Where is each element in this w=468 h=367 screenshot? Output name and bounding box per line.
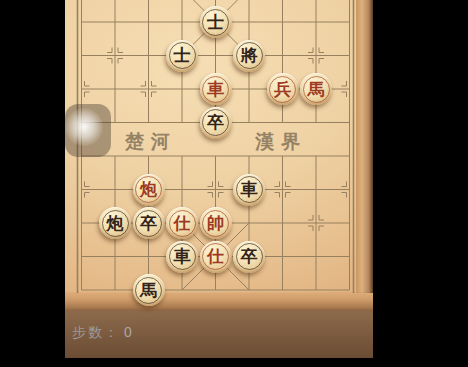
piece-red-horse-h3[interactable]: 馬 <box>300 73 332 105</box>
piece-red-general-e7[interactable]: 帥 <box>200 207 232 239</box>
game-area: 楚河 漢界 士士將車兵馬卒炮車炮卒仕帥車仕卒馬 步数：0 <box>65 0 373 358</box>
piece-black-horse-c9[interactable]: 馬 <box>133 274 165 306</box>
move-counter-value: 0 <box>124 324 134 340</box>
piece-glyph: 車 <box>174 248 191 265</box>
piece-red-soldier-g3[interactable]: 兵 <box>267 73 299 105</box>
piece-black-chariot-f6[interactable]: 車 <box>233 174 265 206</box>
piece-glyph: 馬 <box>140 282 157 299</box>
piece-glyph: 兵 <box>274 81 291 98</box>
piece-glyph: 馬 <box>308 81 325 98</box>
piece-glyph: 炮 <box>140 181 157 198</box>
piece-glyph: 卒 <box>207 114 224 131</box>
piece-red-advisor-d7[interactable]: 仕 <box>166 207 198 239</box>
piece-glyph: 卒 <box>241 248 258 265</box>
piece-glyph: 士 <box>207 14 224 31</box>
screen: 楚河 漢界 士士將車兵馬卒炮車炮卒仕帥車仕卒馬 步数：0 <box>0 0 468 367</box>
piece-glyph: 炮 <box>107 215 124 232</box>
piece-black-general-f2[interactable]: 將 <box>233 40 265 72</box>
piece-black-cannon-b7[interactable]: 炮 <box>99 207 131 239</box>
piece-black-advisor-d2[interactable]: 士 <box>166 40 198 72</box>
piece-glyph: 仕 <box>207 248 224 265</box>
piece-glyph: 仕 <box>174 215 191 232</box>
piece-glyph: 將 <box>241 47 258 64</box>
piece-glyph: 車 <box>207 81 224 98</box>
move-counter-label: 步数： <box>72 324 120 340</box>
piece-black-advisor-e1[interactable]: 士 <box>200 6 232 38</box>
piece-black-chariot-d8[interactable]: 車 <box>166 241 198 273</box>
piece-glyph: 卒 <box>140 215 157 232</box>
piece-black-soldier-c7[interactable]: 卒 <box>133 207 165 239</box>
move-counter: 步数：0 <box>72 324 134 342</box>
touch-highlight-overlay <box>65 104 111 157</box>
river-label-right: 漢界 <box>255 129 307 155</box>
river-label-left: 楚河 <box>125 129 177 155</box>
piece-red-cannon-c6[interactable]: 炮 <box>133 174 165 206</box>
piece-glyph: 車 <box>241 181 258 198</box>
piece-glyph: 士 <box>174 47 191 64</box>
board-front-edge <box>65 293 373 311</box>
piece-red-chariot-e3[interactable]: 車 <box>200 73 232 105</box>
piece-red-advisor-e8[interactable]: 仕 <box>200 241 232 273</box>
piece-black-soldier-e4[interactable]: 卒 <box>200 107 232 139</box>
touch-glow-icon <box>65 108 103 146</box>
piece-glyph: 帥 <box>207 215 224 232</box>
board-right-bevel <box>356 0 373 295</box>
piece-black-soldier-f8[interactable]: 卒 <box>233 241 265 273</box>
